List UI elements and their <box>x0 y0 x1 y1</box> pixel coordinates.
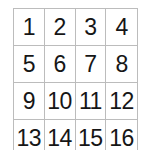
cell-r4c3: 15 <box>76 120 107 150</box>
cell-r1c4: 4 <box>106 9 137 46</box>
screenshot-root: Puzzle! 1 2 3 4 5 6 7 8 9 10 11 12 13 14… <box>0 0 150 150</box>
cell-r3c2: 10 <box>45 83 76 120</box>
cell-r2c3: 7 <box>76 46 107 83</box>
cell-r4c1: 13 <box>14 120 45 150</box>
cell-r1c3: 3 <box>76 9 107 46</box>
number-grid: 1 2 3 4 5 6 7 8 9 10 11 12 13 14 15 16 <box>13 8 138 150</box>
cell-r3c4: 12 <box>106 83 137 120</box>
cell-r4c2: 14 <box>45 120 76 150</box>
cell-r4c4: 16 <box>106 120 137 150</box>
cell-r2c1: 5 <box>14 46 45 83</box>
cell-r2c4: 8 <box>106 46 137 83</box>
cell-r3c1: 9 <box>14 83 45 120</box>
cell-r3c3: 11 <box>76 83 107 120</box>
cell-r2c2: 6 <box>45 46 76 83</box>
cell-r1c1: 1 <box>14 9 45 46</box>
cell-r1c2: 2 <box>45 9 76 46</box>
cropped-title: Puzzle! <box>0 0 150 3</box>
